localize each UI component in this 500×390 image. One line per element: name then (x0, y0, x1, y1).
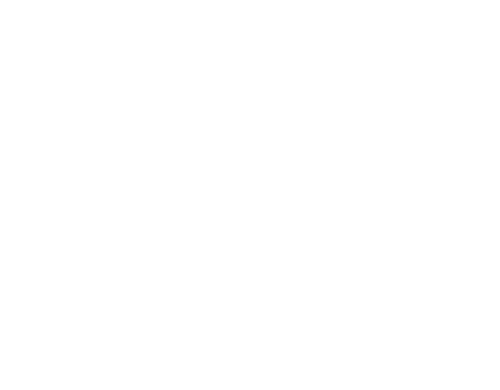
peg-red[interactable] (0, 3, 496, 13)
peg-head (0, 3, 496, 13)
peg-head (0, 3, 496, 13)
peg-body (0, 3, 496, 13)
peg-head (0, 3, 496, 13)
peg-head (0, 3, 496, 13)
board-hole[interactable] (0, 3, 496, 13)
peg-body (0, 3, 496, 13)
board-hole[interactable] (0, 3, 496, 13)
peg-head (0, 3, 496, 13)
board-hole[interactable] (0, 3, 496, 13)
board-hole[interactable] (0, 3, 496, 13)
peg-white[interactable] (0, 3, 496, 13)
peg-head (0, 3, 496, 13)
peg-head (0, 3, 496, 13)
peg-body (0, 3, 496, 13)
peg-blue[interactable] (0, 3, 496, 13)
board-hole[interactable] (0, 3, 496, 13)
board-hole[interactable] (0, 3, 496, 13)
peg-green[interactable] (0, 3, 496, 13)
board-hole[interactable] (0, 3, 496, 13)
peg-head (0, 3, 496, 13)
board-hole[interactable] (0, 3, 496, 13)
board-hole[interactable] (0, 3, 496, 13)
board-hole[interactable] (0, 3, 496, 13)
peg-body (0, 3, 496, 13)
peg-body (0, 3, 496, 13)
peg-body (0, 3, 496, 13)
peg-head (0, 3, 496, 13)
board-hole[interactable] (0, 3, 496, 13)
peg-head (0, 3, 496, 13)
peg-body (0, 3, 496, 13)
board-hole[interactable] (0, 3, 496, 13)
board-hole[interactable] (0, 3, 496, 13)
board-hole[interactable] (0, 3, 496, 13)
peg-red[interactable] (0, 3, 496, 13)
peg-red[interactable] (0, 3, 496, 13)
board-hole[interactable] (0, 3, 496, 13)
peg-blue[interactable] (0, 3, 496, 13)
board-hole[interactable] (0, 3, 496, 13)
board-hole[interactable] (0, 3, 496, 13)
board-hole[interactable] (0, 3, 496, 13)
board-hole[interactable] (0, 3, 496, 13)
peg-yellow[interactable] (0, 3, 496, 13)
peg-body (0, 3, 496, 13)
peg-yellow[interactable] (0, 3, 496, 13)
peg-black[interactable] (0, 3, 496, 13)
peg-green[interactable] (0, 3, 496, 13)
peg-body (0, 3, 496, 13)
peg-body (0, 3, 496, 13)
board-hole[interactable] (0, 3, 496, 13)
board-hole[interactable] (0, 3, 496, 13)
peg-yellow[interactable] (0, 3, 496, 13)
peg-green[interactable] (0, 3, 496, 13)
peg-body (0, 3, 496, 13)
peg-red[interactable] (0, 3, 496, 13)
peg-head (0, 3, 496, 13)
peg-body (0, 3, 496, 13)
peg-body (0, 3, 496, 13)
peg-head (0, 3, 496, 13)
peg-body (0, 3, 496, 13)
board-hole[interactable] (0, 3, 496, 13)
peg-head (0, 3, 496, 13)
peg-white[interactable] (0, 3, 496, 13)
peg-yellow[interactable] (0, 3, 496, 13)
peg-head (0, 3, 496, 13)
peg-head (0, 3, 496, 13)
board-hole[interactable] (0, 3, 496, 13)
board-hole[interactable] (0, 3, 496, 13)
peg-body (0, 3, 496, 13)
board-hole[interactable] (0, 3, 496, 13)
peg-body (0, 3, 496, 13)
peg-body (0, 3, 496, 13)
board-hole[interactable] (0, 3, 496, 13)
peg-blue[interactable] (0, 3, 496, 13)
peg-head (0, 3, 496, 13)
board-hole[interactable] (0, 3, 496, 13)
peg-head (0, 3, 496, 13)
board-hole[interactable] (0, 3, 496, 13)
peg-head (0, 3, 496, 13)
peg-red[interactable] (0, 3, 496, 13)
peg-body (0, 3, 496, 13)
peg-body (0, 3, 496, 13)
peg-yellow[interactable] (0, 3, 496, 13)
board-hole[interactable] (0, 3, 496, 13)
board-hole[interactable] (0, 3, 496, 13)
board-hole[interactable] (0, 3, 496, 13)
board-photo-stage (0, 0, 500, 390)
board-hole[interactable] (0, 3, 496, 13)
board-hole[interactable] (0, 3, 496, 13)
wood-grain-texture (0, 3, 496, 13)
peg-white[interactable] (0, 3, 496, 13)
peg-green[interactable] (0, 3, 496, 13)
board-hole[interactable] (0, 3, 496, 13)
peg-head (0, 3, 496, 13)
peg-blue[interactable] (0, 3, 496, 13)
board-hole[interactable] (0, 3, 496, 13)
board-hole[interactable] (0, 3, 496, 13)
board-hole[interactable] (0, 3, 496, 13)
board-hole[interactable] (0, 3, 496, 13)
peg-yellow[interactable] (0, 3, 496, 13)
peg-green[interactable] (0, 3, 496, 13)
peg-blue[interactable] (0, 3, 496, 13)
peg-head (0, 3, 496, 13)
board-hole[interactable] (0, 3, 496, 13)
board-hole[interactable] (0, 3, 496, 13)
peg-body (0, 3, 496, 13)
peg-head (0, 3, 496, 13)
peg-blue[interactable] (0, 3, 496, 13)
peg-head (0, 3, 496, 13)
peg-head (0, 3, 496, 13)
peg-head (0, 3, 496, 13)
board-hole[interactable] (0, 3, 496, 13)
peg-head (0, 3, 496, 13)
peg-head (0, 3, 496, 13)
peg-head (0, 3, 496, 13)
board-hole[interactable] (0, 3, 496, 13)
board-hole[interactable] (0, 3, 496, 13)
peg-green[interactable] (0, 3, 496, 13)
peg-body (0, 3, 496, 13)
peg-body (0, 3, 496, 13)
peg-red[interactable] (0, 3, 496, 13)
peg-body (0, 3, 496, 13)
board-hole[interactable] (0, 3, 496, 13)
peg-red[interactable] (0, 3, 496, 13)
peg-body (0, 3, 496, 13)
peg-head (0, 3, 496, 13)
board-hole[interactable] (0, 3, 496, 13)
peg-red[interactable] (0, 3, 496, 13)
board-hole[interactable] (0, 3, 496, 13)
board-hole[interactable] (0, 3, 496, 13)
board-hole[interactable] (0, 3, 496, 13)
peg-body (0, 3, 496, 13)
peg-body (0, 3, 496, 13)
board-hole[interactable] (0, 3, 496, 13)
board-wrap (0, 3, 500, 379)
peg-head (0, 3, 496, 13)
peg-body (0, 3, 496, 13)
board-hole[interactable] (0, 3, 496, 13)
board-side-edge (0, 16, 500, 374)
peg-blue[interactable] (0, 3, 496, 13)
peg-body (0, 3, 496, 13)
board-hole[interactable] (0, 3, 496, 13)
board-hole[interactable] (0, 3, 496, 13)
peg-body (0, 3, 496, 13)
board-hole[interactable] (0, 3, 496, 13)
peg-body (0, 3, 496, 13)
board-hole[interactable] (0, 3, 496, 13)
peg-body (0, 3, 496, 13)
board-hole[interactable] (0, 3, 496, 13)
board-hole[interactable] (0, 3, 496, 13)
peg-yellow[interactable] (0, 3, 496, 13)
peg-black[interactable] (0, 3, 496, 13)
board-hole[interactable] (0, 3, 496, 13)
peg-head (0, 3, 496, 13)
board-hole[interactable] (0, 3, 496, 13)
peg-body (0, 3, 496, 13)
board-hole[interactable] (0, 3, 496, 13)
chinese-checkers-board (0, 3, 496, 13)
peg-black[interactable] (0, 3, 496, 13)
peg-body (0, 3, 496, 13)
peg-white[interactable] (0, 3, 496, 13)
board-hole[interactable] (0, 3, 496, 13)
board-hole[interactable] (0, 3, 496, 13)
peg-black[interactable] (0, 3, 496, 13)
board-hole[interactable] (0, 3, 496, 13)
peg-body (0, 3, 496, 13)
board-hole[interactable] (0, 3, 496, 13)
board-hole[interactable] (0, 3, 496, 13)
board-hole[interactable] (0, 3, 496, 13)
peg-head (0, 3, 496, 13)
board-hole[interactable] (0, 3, 496, 13)
peg-green[interactable] (0, 3, 496, 13)
peg-head (0, 3, 496, 13)
board-hole[interactable] (0, 3, 496, 13)
peg-black[interactable] (0, 3, 496, 13)
peg-white[interactable] (0, 3, 496, 13)
board-hole[interactable] (0, 3, 496, 13)
peg-head (0, 3, 496, 13)
peg-white[interactable] (0, 3, 496, 13)
board-hole[interactable] (0, 3, 496, 13)
peg-white[interactable] (0, 3, 496, 13)
peg-head (0, 3, 496, 13)
peg-body (0, 3, 496, 13)
peg-head (0, 3, 496, 13)
peg-body (0, 3, 496, 13)
board-hole[interactable] (0, 3, 496, 13)
board-hole[interactable] (0, 3, 496, 13)
board-hole[interactable] (0, 3, 496, 13)
peg-blue[interactable] (0, 3, 496, 13)
peg-body (0, 3, 496, 13)
peg-green[interactable] (0, 3, 496, 13)
board-hole[interactable] (0, 3, 496, 13)
peg-body (0, 3, 496, 13)
board-hole[interactable] (0, 3, 496, 13)
board-hole[interactable] (0, 3, 496, 13)
board-hole[interactable] (0, 3, 496, 13)
board-hole[interactable] (0, 3, 496, 13)
peg-white[interactable] (0, 3, 496, 13)
peg-head (0, 3, 496, 13)
peg-body (0, 3, 496, 13)
board-hole[interactable] (0, 3, 496, 13)
board-hole[interactable] (0, 3, 496, 13)
peg-body (0, 3, 496, 13)
board-hole[interactable] (0, 3, 496, 13)
peg-head (0, 3, 496, 13)
peg-body (0, 3, 496, 13)
peg-body (0, 3, 496, 13)
board-hole[interactable] (0, 3, 496, 13)
peg-head (0, 3, 496, 13)
peg-head (0, 3, 496, 13)
peg-white[interactable] (0, 3, 496, 13)
peg-black[interactable] (0, 3, 496, 13)
peg-red[interactable] (0, 3, 496, 13)
board-hole[interactable] (0, 3, 496, 13)
peg-head (0, 3, 496, 13)
peg-body (0, 3, 496, 13)
peg-yellow[interactable] (0, 3, 496, 13)
board-hole[interactable] (0, 3, 496, 13)
board-hole[interactable] (0, 3, 496, 13)
board-hole[interactable] (0, 3, 496, 13)
board-hole[interactable] (0, 3, 496, 13)
board-hole[interactable] (0, 3, 496, 13)
board-hole[interactable] (0, 3, 496, 13)
peg-blue[interactable] (0, 3, 496, 13)
peg-yellow[interactable] (0, 3, 496, 13)
board-hole[interactable] (0, 3, 496, 13)
board-hole[interactable] (0, 3, 496, 13)
peg-head (0, 3, 496, 13)
board-hole[interactable] (0, 3, 496, 13)
board-hole[interactable] (0, 3, 496, 13)
peg-head (0, 3, 496, 13)
peg-body (0, 3, 496, 13)
board-hole[interactable] (0, 3, 496, 13)
board-hole[interactable] (0, 3, 496, 13)
board-hole[interactable] (0, 3, 496, 13)
board-hole[interactable] (0, 3, 496, 13)
board-hole[interactable] (0, 3, 496, 13)
board-hole[interactable] (0, 3, 496, 13)
board-hole[interactable] (0, 3, 496, 13)
peg-red[interactable] (0, 3, 496, 13)
peg-head (0, 3, 496, 13)
peg-body (0, 3, 496, 13)
peg-yellow[interactable] (0, 3, 496, 13)
peg-black[interactable] (0, 3, 496, 13)
peg-body (0, 3, 496, 13)
peg-body (0, 3, 496, 13)
peg-green[interactable] (0, 3, 496, 13)
board-hole[interactable] (0, 3, 496, 13)
peg-head (0, 3, 496, 13)
peg-body (0, 3, 496, 13)
peg-white[interactable] (0, 3, 496, 13)
peg-body (0, 3, 496, 13)
board-hole[interactable] (0, 3, 496, 13)
board-hole[interactable] (0, 3, 496, 13)
peg-body (0, 3, 496, 13)
peg-head (0, 3, 496, 13)
board-hole[interactable] (0, 3, 496, 13)
board-hole[interactable] (0, 3, 496, 13)
peg-body (0, 3, 496, 13)
peg-green[interactable] (0, 3, 496, 13)
board-hole[interactable] (0, 3, 496, 13)
peg-red[interactable] (0, 3, 496, 13)
board-hole[interactable] (0, 3, 496, 13)
board-hole[interactable] (0, 3, 496, 13)
peg-blue[interactable] (0, 3, 496, 13)
board-hole[interactable] (0, 3, 496, 13)
peg-green[interactable] (0, 3, 496, 13)
board-hole[interactable] (0, 3, 496, 13)
peg-head (0, 3, 496, 13)
peg-head (0, 3, 496, 13)
board-hole[interactable] (0, 3, 496, 13)
peg-black[interactable] (0, 3, 496, 13)
peg-head (0, 3, 496, 13)
board-hole[interactable] (0, 3, 496, 13)
peg-black[interactable] (0, 3, 496, 13)
board-hole[interactable] (0, 3, 496, 13)
peg-head (0, 3, 496, 13)
peg-head (0, 3, 496, 13)
board-hole[interactable] (0, 3, 496, 13)
peg-body (0, 3, 496, 13)
peg-blue[interactable] (0, 3, 496, 13)
peg-head (0, 3, 496, 13)
board-hole[interactable] (0, 3, 496, 13)
peg-body (0, 3, 496, 13)
board-hole[interactable] (0, 3, 496, 13)
board-hole[interactable] (0, 3, 496, 13)
peg-head (0, 3, 496, 13)
peg-black[interactable] (0, 3, 496, 13)
board-hole[interactable] (0, 3, 496, 13)
peg-head (0, 3, 496, 13)
peg-white[interactable] (0, 3, 496, 13)
board-hole[interactable] (0, 3, 496, 13)
board-hole[interactable] (0, 3, 496, 13)
peg-yellow[interactable] (0, 3, 496, 13)
peg-body (0, 3, 496, 13)
board-hole[interactable] (0, 3, 496, 13)
peg-body (0, 3, 496, 13)
peg-black[interactable] (0, 3, 496, 13)
board-hole[interactable] (0, 3, 496, 13)
